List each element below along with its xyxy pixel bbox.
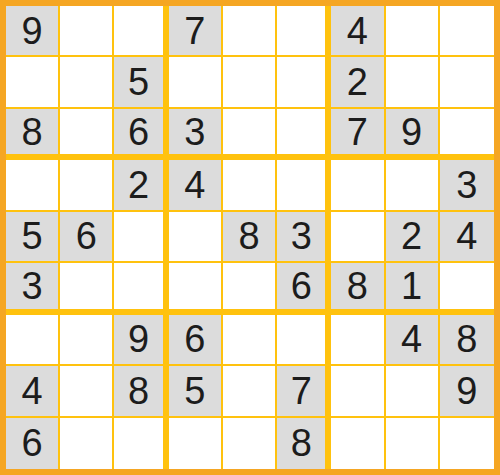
- cell-r8c1: 4: [6, 366, 60, 417]
- cell-r3c8: 9: [386, 109, 440, 160]
- cell-r1c2[interactable]: [60, 6, 114, 57]
- cell-r2c8[interactable]: [386, 57, 440, 108]
- cell-r7c7[interactable]: [331, 315, 385, 366]
- cell-r7c9: 8: [440, 315, 494, 366]
- cell-r4c6[interactable]: [277, 160, 331, 211]
- cell-r9c6: 8: [277, 418, 331, 469]
- cell-r8c2[interactable]: [60, 366, 114, 417]
- cell-r2c5[interactable]: [223, 57, 277, 108]
- cell-r8c9: 9: [440, 366, 494, 417]
- cell-r3c6[interactable]: [277, 109, 331, 160]
- cell-r6c1: 3: [6, 263, 60, 314]
- cell-r3c3: 6: [114, 109, 168, 160]
- cell-r1c6[interactable]: [277, 6, 331, 57]
- cell-r4c7[interactable]: [331, 160, 385, 211]
- cell-r9c4[interactable]: [169, 418, 223, 469]
- cell-r2c7: 2: [331, 57, 385, 108]
- cell-r9c7[interactable]: [331, 418, 385, 469]
- cell-r4c3: 2: [114, 160, 168, 211]
- cell-r4c4: 4: [169, 160, 223, 211]
- cell-r2c2[interactable]: [60, 57, 114, 108]
- cell-r3c1: 8: [6, 109, 60, 160]
- cell-r1c4: 7: [169, 6, 223, 57]
- cell-r5c4[interactable]: [169, 212, 223, 263]
- cell-r1c5[interactable]: [223, 6, 277, 57]
- cell-r8c6: 7: [277, 366, 331, 417]
- cell-r9c3[interactable]: [114, 418, 168, 469]
- cell-r2c9[interactable]: [440, 57, 494, 108]
- cell-r5c1: 5: [6, 212, 60, 263]
- cell-r9c1: 6: [6, 418, 60, 469]
- cell-r1c8[interactable]: [386, 6, 440, 57]
- cell-r2c3: 5: [114, 57, 168, 108]
- cell-r7c6[interactable]: [277, 315, 331, 366]
- cell-r1c3[interactable]: [114, 6, 168, 57]
- cell-r7c4: 6: [169, 315, 223, 366]
- cell-r2c6[interactable]: [277, 57, 331, 108]
- cell-r4c1[interactable]: [6, 160, 60, 211]
- cell-r7c5[interactable]: [223, 315, 277, 366]
- cell-r6c8: 1: [386, 263, 440, 314]
- cell-r5c7[interactable]: [331, 212, 385, 263]
- cell-r6c7: 8: [331, 263, 385, 314]
- cell-r3c5[interactable]: [223, 109, 277, 160]
- cell-r4c9: 3: [440, 160, 494, 211]
- cell-r6c9[interactable]: [440, 263, 494, 314]
- cell-r5c8: 2: [386, 212, 440, 263]
- cell-r5c2: 6: [60, 212, 114, 263]
- cell-r7c1[interactable]: [6, 315, 60, 366]
- cell-r6c4[interactable]: [169, 263, 223, 314]
- sudoku-board: 9745286379243568324368196484857968: [0, 0, 500, 475]
- cell-r8c8[interactable]: [386, 366, 440, 417]
- cell-r2c1[interactable]: [6, 57, 60, 108]
- cell-r8c7[interactable]: [331, 366, 385, 417]
- cell-r4c5[interactable]: [223, 160, 277, 211]
- cell-r9c9[interactable]: [440, 418, 494, 469]
- cell-r8c5[interactable]: [223, 366, 277, 417]
- cell-r1c9[interactable]: [440, 6, 494, 57]
- cell-r9c8[interactable]: [386, 418, 440, 469]
- cell-r8c4: 5: [169, 366, 223, 417]
- cell-r5c5: 8: [223, 212, 277, 263]
- cell-r6c6: 6: [277, 263, 331, 314]
- cell-r3c9[interactable]: [440, 109, 494, 160]
- cell-r6c3[interactable]: [114, 263, 168, 314]
- cell-r5c9: 4: [440, 212, 494, 263]
- cell-r3c4: 3: [169, 109, 223, 160]
- cell-r1c7: 4: [331, 6, 385, 57]
- cell-r9c5[interactable]: [223, 418, 277, 469]
- cell-r6c5[interactable]: [223, 263, 277, 314]
- cell-r7c3: 9: [114, 315, 168, 366]
- cell-r1c1: 9: [6, 6, 60, 57]
- cell-r4c2[interactable]: [60, 160, 114, 211]
- cell-r7c8: 4: [386, 315, 440, 366]
- cell-r7c2[interactable]: [60, 315, 114, 366]
- cell-r4c8[interactable]: [386, 160, 440, 211]
- cell-r9c2[interactable]: [60, 418, 114, 469]
- cell-r3c2[interactable]: [60, 109, 114, 160]
- cell-r5c6: 3: [277, 212, 331, 263]
- cell-r6c2[interactable]: [60, 263, 114, 314]
- cell-r2c4[interactable]: [169, 57, 223, 108]
- cell-r5c3[interactable]: [114, 212, 168, 263]
- cell-r8c3: 8: [114, 366, 168, 417]
- cell-r3c7: 7: [331, 109, 385, 160]
